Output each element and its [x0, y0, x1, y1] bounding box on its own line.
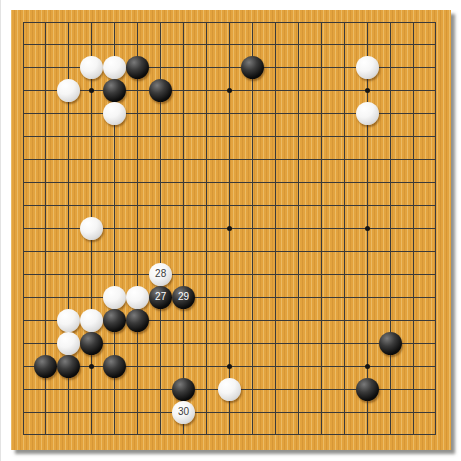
- star-point: [227, 88, 232, 93]
- black-stone: [149, 79, 172, 102]
- star-point: [227, 364, 232, 369]
- black-stone: [172, 378, 195, 401]
- white-stone: [103, 56, 126, 79]
- star-point: [365, 88, 370, 93]
- star-point: [89, 364, 94, 369]
- grid-line-vertical: [435, 22, 436, 436]
- black-stone: [241, 56, 264, 79]
- white-stone: [356, 56, 379, 79]
- black-stone: [126, 309, 149, 332]
- white-stone: [57, 309, 80, 332]
- star-point: [227, 226, 232, 231]
- move-number-label: 28: [155, 269, 166, 279]
- grid-line-vertical: [321, 22, 322, 436]
- grid-line-horizontal: [23, 412, 437, 413]
- white-stone: [103, 102, 126, 125]
- white-stone: [103, 286, 126, 309]
- black-stone: [379, 332, 402, 355]
- black-stone: [103, 355, 126, 378]
- black-stone: 27: [149, 286, 172, 309]
- page-background: 28272930: [0, 0, 461, 461]
- black-stone: [57, 355, 80, 378]
- grid-line-vertical: [298, 22, 299, 436]
- white-stone: [80, 56, 103, 79]
- white-stone: 28: [149, 263, 172, 286]
- white-stone: [80, 309, 103, 332]
- black-stone: [103, 309, 126, 332]
- white-stone: [356, 102, 379, 125]
- black-stone: 29: [172, 286, 195, 309]
- white-stone: [80, 217, 103, 240]
- star-point: [89, 88, 94, 93]
- grid-line-vertical: [344, 22, 345, 436]
- grid-line-horizontal: [23, 251, 437, 252]
- grid-line-horizontal: [23, 297, 437, 298]
- black-stone: [356, 378, 379, 401]
- grid-line-horizontal: [23, 434, 437, 435]
- grid-line-vertical: [413, 22, 414, 436]
- white-stone: [57, 79, 80, 102]
- grid-line-vertical: [252, 22, 253, 436]
- move-number-label: 29: [178, 292, 189, 302]
- move-number-label: 30: [178, 407, 189, 417]
- black-stone: [80, 332, 103, 355]
- grid-line-horizontal: [23, 274, 437, 275]
- star-point: [365, 364, 370, 369]
- black-stone: [126, 56, 149, 79]
- black-stone: [103, 79, 126, 102]
- grid-line-vertical: [275, 22, 276, 436]
- white-stone: [57, 332, 80, 355]
- go-board[interactable]: 28272930: [11, 10, 451, 450]
- white-stone: [126, 286, 149, 309]
- black-stone: [34, 355, 57, 378]
- star-point: [365, 226, 370, 231]
- grid-line-vertical: [390, 22, 391, 436]
- white-stone: 30: [172, 401, 195, 424]
- move-number-label: 27: [155, 292, 166, 302]
- white-stone: [218, 378, 241, 401]
